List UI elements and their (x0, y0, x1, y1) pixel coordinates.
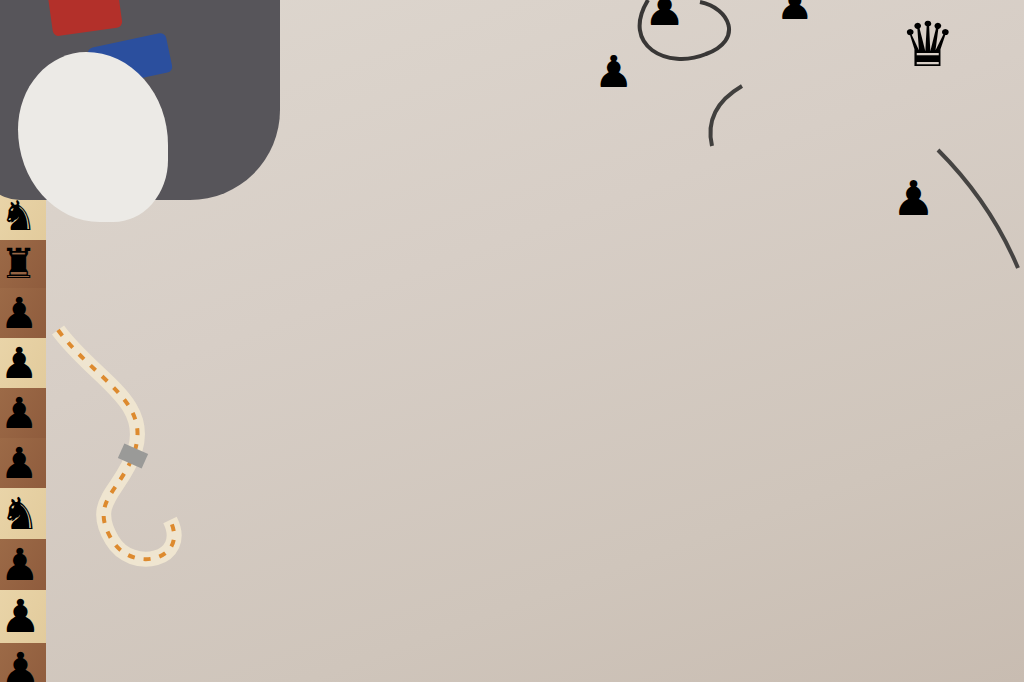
white-pawn-g2: ♟ (0, 338, 38, 388)
square-f3: ♞ (0, 488, 46, 539)
black-pawn-g4: ♟ (0, 590, 41, 643)
square-d4: ♟ (0, 643, 46, 682)
clock-cable-right (938, 150, 1018, 268)
square-h2: ♟ (0, 288, 46, 338)
white-pawn-c3: ♟ (0, 539, 40, 590)
white-knight-f3: ♞ (0, 488, 40, 539)
square-a1: ♜ (0, 240, 46, 288)
table-black-pawn: ♟ (644, 0, 685, 36)
table-white-pawn: ♟ (776, 0, 814, 29)
square-g2: ♟ (0, 338, 46, 388)
square-c3: ♟ (0, 539, 46, 590)
lanyard-print (58, 330, 174, 559)
white-pawn-h2: ♟ (0, 288, 38, 338)
captured-white-pawn-near-clock: ♟ (892, 170, 935, 226)
clock-cable (710, 86, 742, 146)
white-pawn-f2: ♟ (0, 388, 38, 438)
white-pawn-b2: ♟ (0, 438, 38, 488)
captured-black-queen: ♛ (900, 8, 956, 81)
white-pawn-d4: ♟ (0, 643, 41, 682)
white-rook-a1: ♜ (0, 240, 37, 288)
square-f2: ♟ (0, 388, 46, 438)
square-b2: ♟ (0, 438, 46, 488)
lanyard-strap (58, 330, 174, 559)
captured-white-pawn-on-frame: ♟ (594, 46, 633, 97)
square-g4: ♟ (0, 590, 46, 643)
shirt-print-red (47, 0, 123, 37)
